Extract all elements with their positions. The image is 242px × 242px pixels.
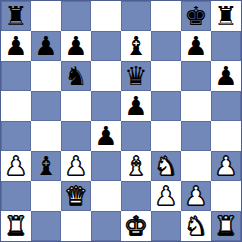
piece-white-knight[interactable]: ♞ xyxy=(184,211,207,241)
square-g8[interactable]: ♚ xyxy=(181,1,211,31)
square-a5[interactable] xyxy=(1,91,31,121)
square-g7[interactable]: ♟ xyxy=(181,31,211,61)
square-e4[interactable] xyxy=(121,121,151,151)
piece-black-bishop[interactable]: ♝ xyxy=(124,31,147,61)
piece-black-rook[interactable]: ♜ xyxy=(214,1,237,31)
piece-black-queen[interactable]: ♛ xyxy=(124,61,147,91)
square-b3[interactable]: ♝ xyxy=(31,151,61,181)
square-c5[interactable] xyxy=(61,91,91,121)
square-g4[interactable] xyxy=(181,121,211,151)
square-b1[interactable] xyxy=(31,211,61,241)
square-c1[interactable] xyxy=(61,211,91,241)
piece-black-pawn[interactable]: ♟ xyxy=(94,121,117,151)
square-h4[interactable] xyxy=(211,121,241,151)
piece-black-rook[interactable]: ♜ xyxy=(4,1,27,31)
piece-white-pawn[interactable]: ♟ xyxy=(154,181,177,211)
square-g1[interactable]: ♞ xyxy=(181,211,211,241)
chess-board: ♜♚♜♟♟♟♝♟♞♛♟♟♟♟♝♟♝♞♟♛♟♟♜♚♞♜ xyxy=(0,0,242,242)
square-f3[interactable]: ♞ xyxy=(151,151,181,181)
square-b6[interactable] xyxy=(31,61,61,91)
square-b5[interactable] xyxy=(31,91,61,121)
square-g3[interactable] xyxy=(181,151,211,181)
piece-white-pawn[interactable]: ♟ xyxy=(64,151,87,181)
square-c6[interactable]: ♞ xyxy=(61,61,91,91)
square-d2[interactable] xyxy=(91,181,121,211)
piece-white-pawn[interactable]: ♟ xyxy=(184,181,207,211)
piece-white-bishop[interactable]: ♝ xyxy=(124,151,147,181)
square-h5[interactable] xyxy=(211,91,241,121)
square-a6[interactable] xyxy=(1,61,31,91)
square-b8[interactable] xyxy=(31,1,61,31)
square-a7[interactable]: ♟ xyxy=(1,31,31,61)
square-e6[interactable]: ♛ xyxy=(121,61,151,91)
square-d3[interactable] xyxy=(91,151,121,181)
square-h3[interactable]: ♟ xyxy=(211,151,241,181)
square-c3[interactable]: ♟ xyxy=(61,151,91,181)
square-a1[interactable]: ♜ xyxy=(1,211,31,241)
piece-white-king[interactable]: ♚ xyxy=(124,211,147,241)
piece-black-king[interactable]: ♚ xyxy=(184,1,207,31)
square-e3[interactable]: ♝ xyxy=(121,151,151,181)
square-d4[interactable]: ♟ xyxy=(91,121,121,151)
piece-white-rook[interactable]: ♜ xyxy=(4,211,27,241)
square-f7[interactable] xyxy=(151,31,181,61)
piece-white-pawn[interactable]: ♟ xyxy=(4,151,27,181)
square-f6[interactable] xyxy=(151,61,181,91)
square-h2[interactable] xyxy=(211,181,241,211)
square-f5[interactable] xyxy=(151,91,181,121)
square-a8[interactable]: ♜ xyxy=(1,1,31,31)
square-b7[interactable]: ♟ xyxy=(31,31,61,61)
square-a2[interactable] xyxy=(1,181,31,211)
square-h8[interactable]: ♜ xyxy=(211,1,241,31)
square-c7[interactable]: ♟ xyxy=(61,31,91,61)
square-d1[interactable] xyxy=(91,211,121,241)
square-g2[interactable]: ♟ xyxy=(181,181,211,211)
square-f1[interactable] xyxy=(151,211,181,241)
piece-black-bishop[interactable]: ♝ xyxy=(34,151,57,181)
square-h6[interactable]: ♟ xyxy=(211,61,241,91)
square-e7[interactable]: ♝ xyxy=(121,31,151,61)
piece-black-pawn[interactable]: ♟ xyxy=(124,91,147,121)
piece-white-pawn[interactable]: ♟ xyxy=(214,151,237,181)
square-e5[interactable]: ♟ xyxy=(121,91,151,121)
square-e2[interactable] xyxy=(121,181,151,211)
square-a3[interactable]: ♟ xyxy=(1,151,31,181)
piece-white-knight[interactable]: ♞ xyxy=(154,151,177,181)
piece-black-pawn[interactable]: ♟ xyxy=(34,31,57,61)
piece-white-queen[interactable]: ♛ xyxy=(64,181,87,211)
square-h1[interactable]: ♜ xyxy=(211,211,241,241)
square-d5[interactable] xyxy=(91,91,121,121)
square-g5[interactable] xyxy=(181,91,211,121)
square-e1[interactable]: ♚ xyxy=(121,211,151,241)
square-f8[interactable] xyxy=(151,1,181,31)
square-e8[interactable] xyxy=(121,1,151,31)
square-c4[interactable] xyxy=(61,121,91,151)
piece-black-pawn[interactable]: ♟ xyxy=(184,31,207,61)
square-b4[interactable] xyxy=(31,121,61,151)
square-c8[interactable] xyxy=(61,1,91,31)
square-d8[interactable] xyxy=(91,1,121,31)
square-c2[interactable]: ♛ xyxy=(61,181,91,211)
square-a4[interactable] xyxy=(1,121,31,151)
piece-white-rook[interactable]: ♜ xyxy=(214,211,237,241)
square-f4[interactable] xyxy=(151,121,181,151)
square-b2[interactable] xyxy=(31,181,61,211)
piece-black-pawn[interactable]: ♟ xyxy=(4,31,27,61)
square-g6[interactable] xyxy=(181,61,211,91)
square-d6[interactable] xyxy=(91,61,121,91)
square-d7[interactable] xyxy=(91,31,121,61)
square-h7[interactable] xyxy=(211,31,241,61)
square-f2[interactable]: ♟ xyxy=(151,181,181,211)
piece-black-pawn[interactable]: ♟ xyxy=(64,31,87,61)
piece-black-pawn[interactable]: ♟ xyxy=(214,61,237,91)
piece-black-knight[interactable]: ♞ xyxy=(64,61,87,91)
